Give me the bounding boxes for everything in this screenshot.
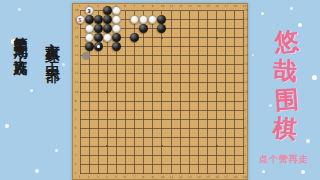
board-coordinate-label: 3 (244, 154, 246, 157)
board-coordinate-label: 11 (170, 176, 174, 179)
grid-line-horizontal (80, 110, 244, 111)
board-coordinate-label: 1 (79, 176, 81, 179)
board-coordinate-label: 10 (244, 91, 248, 94)
ghost-stone[interactable] (82, 52, 90, 60)
stone-white[interactable]: 3 (85, 6, 94, 15)
move-number: 5 (77, 16, 84, 25)
board-coordinate-label: 15 (206, 176, 210, 179)
brand-char: 棋 (264, 113, 307, 146)
book-title: 玄玄棋经中央部 (43, 31, 61, 59)
board-coordinate-label: 18 (233, 176, 237, 179)
snow-dot (301, 170, 305, 174)
board-coordinate-label: 8 (142, 176, 144, 179)
stone-white[interactable] (112, 24, 121, 33)
grid-line-vertical (171, 11, 172, 174)
stone-black[interactable] (85, 15, 94, 24)
board-coordinate-label: 5 (115, 176, 117, 179)
board-coordinate-label: 15 (206, 5, 210, 8)
snow-dot (290, 7, 293, 10)
board-coordinate-label: 15 (244, 45, 248, 48)
board-coordinate-label: 9 (75, 100, 77, 103)
board-coordinate-label: 15 (75, 45, 79, 48)
stone-black[interactable] (94, 24, 103, 33)
board-coordinate-label: 10 (75, 91, 79, 94)
app-background: { "app": { "background_color": "#a7cde9"… (0, 0, 320, 180)
stone-white[interactable] (85, 33, 94, 42)
board-coordinate-label: 1 (75, 172, 77, 175)
board-coordinate-label: 3 (97, 5, 99, 8)
stone-white[interactable] (112, 15, 121, 24)
grid-line-vertical (225, 11, 226, 174)
board-coordinate-label: 19 (244, 9, 248, 12)
stone-white[interactable]: 5 (76, 15, 85, 24)
board-coordinate-label: 7 (133, 176, 135, 179)
board-coordinate-label: 6 (244, 127, 246, 130)
board-coordinate-label: 16 (75, 36, 79, 39)
board-coordinate-label: 3 (97, 176, 99, 179)
stone-white[interactable] (112, 6, 121, 15)
board-coordinate-label: 11 (170, 5, 174, 8)
brand-char: 哉 (264, 56, 306, 88)
board-coordinate-label: 11 (244, 81, 248, 84)
grid-line-horizontal (80, 164, 244, 165)
snow-dot (62, 63, 65, 66)
board-coordinate-label: 5 (244, 136, 246, 139)
board-coordinate-label: 7 (244, 118, 246, 121)
board-coordinate-label: 4 (244, 145, 246, 148)
brand-char: 悠 (266, 26, 309, 59)
stone-white[interactable] (130, 15, 139, 24)
last-move-marker (97, 45, 100, 48)
board-coordinate-label: 3 (75, 154, 77, 157)
board-coordinate-label: 12 (75, 72, 79, 75)
snow-dot (312, 75, 317, 80)
board-coordinate-label: 11 (75, 81, 79, 84)
board-coordinate-label: 1 (79, 5, 81, 8)
board-coordinate-label: 6 (124, 176, 126, 179)
grid-line-vertical (180, 11, 181, 174)
board-coordinate-label: 9 (244, 100, 246, 103)
board-coordinate-label: 7 (75, 118, 77, 121)
grid-line-horizontal (80, 128, 244, 129)
book-name: 玄玄棋经 (45, 31, 60, 41)
board-coordinate-label: 5 (75, 136, 77, 139)
board-coordinate-label: 17 (224, 176, 228, 179)
stone-black[interactable] (94, 33, 103, 42)
issue-title: 第零零九期大旋风 (11, 26, 29, 52)
stone-black[interactable] (112, 42, 121, 51)
board-coordinate-label: 8 (75, 109, 77, 112)
board-coordinate-label: 8 (142, 5, 144, 8)
snow-dot (262, 170, 265, 173)
grid-line-horizontal (80, 173, 244, 174)
stone-white[interactable] (148, 15, 157, 24)
board-coordinate-label: 19 (75, 9, 79, 12)
stone-black[interactable] (103, 24, 112, 33)
brand-char: 围 (266, 85, 308, 117)
board-coordinate-label: 4 (75, 145, 77, 148)
grid-line-horizontal (80, 101, 244, 102)
like-caption: 点个赞再走 (252, 153, 316, 166)
board-coordinate-label: 10 (160, 176, 164, 179)
board-coordinate-label: 13 (188, 5, 192, 8)
stone-black[interactable] (139, 24, 148, 33)
board-coordinate-label: 2 (75, 163, 77, 166)
snow-dot (261, 12, 264, 15)
snow-dot (18, 8, 21, 11)
board-coordinate-label: 16 (244, 36, 248, 39)
board-coordinate-label: 18 (244, 18, 248, 21)
board-coordinate-label: 19 (242, 5, 246, 8)
grid-line-vertical (198, 11, 199, 174)
board-coordinate-label: 19 (242, 176, 246, 179)
board-coordinate-label: 2 (88, 176, 90, 179)
board-coordinate-label: 13 (75, 63, 79, 66)
book-section: 中央部 (45, 51, 60, 59)
board-coordinate-label: 12 (244, 72, 248, 75)
snow-dot (30, 89, 33, 92)
board-coordinate-label: 6 (124, 5, 126, 8)
stone-black[interactable] (94, 42, 103, 51)
board-coordinate-label: 13 (244, 63, 248, 66)
board-coordinate-label: 16 (215, 176, 219, 179)
board-coordinate-label: 2 (244, 163, 246, 166)
board-coordinate-label: 6 (75, 127, 77, 130)
stone-black[interactable] (94, 15, 103, 24)
grid-line-horizontal (80, 119, 244, 120)
board-coordinate-label: 7 (133, 5, 135, 8)
board-coordinate-label: 13 (188, 176, 192, 179)
board-coordinate-label: 9 (151, 5, 153, 8)
stone-black[interactable] (157, 24, 166, 33)
brand-logo: 悠哉围棋 (266, 28, 306, 144)
star-point (216, 37, 218, 39)
board-coordinate-label: 17 (244, 27, 248, 30)
stone-white[interactable] (103, 33, 112, 42)
board-coordinate-label: 9 (151, 176, 153, 179)
board-coordinate-label: 17 (75, 27, 79, 30)
board-coordinate-label: 14 (244, 54, 248, 57)
board-coordinate-label: 10 (160, 5, 164, 8)
grid-line-vertical (189, 11, 190, 174)
stone-black[interactable] (103, 15, 112, 24)
board-coordinate-label: 16 (215, 5, 219, 8)
board-coordinate-label: 18 (233, 5, 237, 8)
snow-dot (5, 124, 9, 128)
problem-name: 大旋风 (13, 46, 28, 52)
star-point (216, 91, 218, 93)
snow-dot (252, 54, 255, 57)
go-board[interactable]: 1119192218183317174416165515156614147713… (72, 3, 248, 180)
snow-dot (35, 169, 39, 173)
star-point (161, 37, 163, 39)
snow-dot (55, 149, 58, 152)
grid-line-horizontal (80, 155, 244, 156)
board-coordinate-label: 14 (197, 176, 201, 179)
board-coordinate-label: 12 (179, 176, 183, 179)
board-coordinate-label: 4 (106, 176, 108, 179)
grid-line-horizontal (80, 137, 244, 138)
board-coordinate-label: 1 (244, 172, 246, 175)
stone-black[interactable] (103, 6, 112, 15)
grid-line-vertical (234, 11, 235, 174)
board-coordinate-label: 14 (197, 5, 201, 8)
board-coordinate-label: 17 (224, 5, 228, 8)
stone-black[interactable] (130, 33, 139, 42)
stone-white[interactable] (139, 15, 148, 24)
board-coordinate-label: 8 (244, 109, 246, 112)
snow-dot (306, 139, 310, 143)
stone-black[interactable] (112, 33, 121, 42)
issue-number: 第零零九期 (13, 26, 28, 36)
board-coordinate-label: 14 (75, 54, 79, 57)
stone-white[interactable] (85, 24, 94, 33)
board-coordinate-label: 12 (179, 5, 183, 8)
stone-black[interactable] (157, 15, 166, 24)
stone-black[interactable] (85, 42, 94, 51)
grid-line-vertical (207, 11, 208, 174)
star-point (161, 91, 163, 93)
